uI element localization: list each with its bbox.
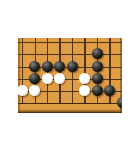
black-stone[interactable] xyxy=(42,61,53,72)
page-background xyxy=(0,0,140,150)
black-stone[interactable] xyxy=(54,61,65,72)
white-stone[interactable] xyxy=(79,73,90,84)
white-stone[interactable] xyxy=(18,85,28,96)
black-stone[interactable] xyxy=(67,61,78,72)
white-stone[interactable] xyxy=(79,85,90,96)
stones-grid xyxy=(18,38,122,109)
black-stone[interactable] xyxy=(92,48,103,59)
black-stone[interactable] xyxy=(92,85,103,96)
go-board[interactable] xyxy=(18,38,122,113)
white-stone[interactable] xyxy=(54,73,65,84)
black-stone[interactable] xyxy=(92,61,103,72)
black-stone[interactable] xyxy=(104,85,115,96)
white-stone[interactable] xyxy=(29,85,40,96)
white-stone[interactable] xyxy=(42,73,53,84)
black-stone[interactable] xyxy=(117,97,123,108)
black-stone[interactable] xyxy=(92,73,103,84)
black-stone[interactable] xyxy=(29,73,40,84)
board-bottom-shading xyxy=(18,109,122,114)
black-stone[interactable] xyxy=(29,61,40,72)
